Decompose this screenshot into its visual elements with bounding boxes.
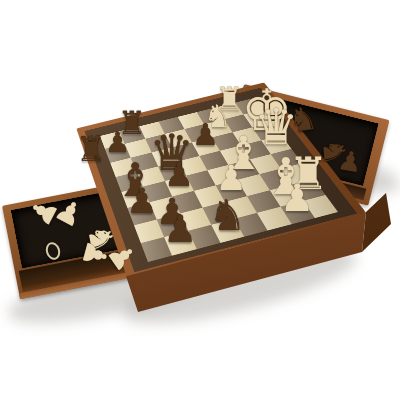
piece-black-pawn-e6[interactable]: ♟ <box>192 121 219 151</box>
piece-black-pawn-c4[interactable]: ♟ <box>164 158 194 191</box>
piece-black-pawn[interactable]: ♟ <box>336 146 365 177</box>
piece-black-knight-d1[interactable]: ♞ <box>208 194 246 236</box>
piece-white-pawn-g1[interactable]: ♟ <box>280 180 314 218</box>
piece-black-rook[interactable]: ♜ <box>75 131 107 166</box>
piece-black-pawn-a3[interactable]: ♟ <box>126 183 157 218</box>
chess-box-scene: ♜♜♟♞♟♚♛♛♝♟♝♟♟♟♝♜♟♞♟♜♟♟♞♟♟♞♞♟ <box>0 0 400 400</box>
piece-black-pawn-b1[interactable]: ♟ <box>163 210 197 248</box>
